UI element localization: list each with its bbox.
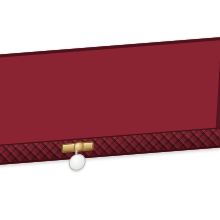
brass-latch: [61, 141, 93, 153]
photo-background: { "game": "chess", "scene": "Overhead pr…: [0, 0, 220, 220]
box-lid-perspective: [0, 37, 220, 167]
seal-tag: [68, 153, 86, 171]
chess-box: [0, 37, 220, 166]
